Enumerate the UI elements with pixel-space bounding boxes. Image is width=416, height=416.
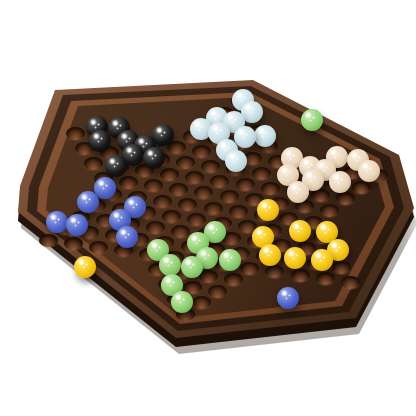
marble-tan[interactable]: [358, 160, 380, 182]
marble-light_blue[interactable]: [225, 150, 247, 172]
marble-yellow[interactable]: [289, 220, 311, 242]
marble-yellow[interactable]: [257, 199, 279, 221]
marble-blue[interactable]: [277, 287, 299, 309]
marble-blue[interactable]: [116, 226, 138, 248]
marble-green[interactable]: [219, 249, 241, 271]
marble-blue[interactable]: [66, 214, 88, 236]
marble-tan[interactable]: [329, 171, 351, 193]
marble-green[interactable]: [301, 109, 323, 131]
marble-black[interactable]: [89, 130, 111, 152]
marble-black[interactable]: [105, 155, 127, 177]
marble-blue[interactable]: [77, 191, 99, 213]
marble-blue[interactable]: [46, 211, 68, 233]
marble-yellow[interactable]: [259, 244, 281, 266]
marble-tan[interactable]: [287, 181, 309, 203]
marble-black[interactable]: [143, 147, 165, 169]
marble-light_blue[interactable]: [234, 126, 256, 148]
marble-green[interactable]: [159, 254, 181, 276]
marble-light_blue[interactable]: [254, 125, 276, 147]
marble-green[interactable]: [181, 256, 203, 278]
marble-yellow[interactable]: [311, 249, 333, 271]
marble-green[interactable]: [171, 291, 193, 313]
marble-yellow[interactable]: [284, 247, 306, 269]
marbles-layer: [0, 0, 416, 416]
marble-yellow[interactable]: [74, 256, 96, 278]
chinese-checkers-board-photo: [0, 0, 416, 416]
